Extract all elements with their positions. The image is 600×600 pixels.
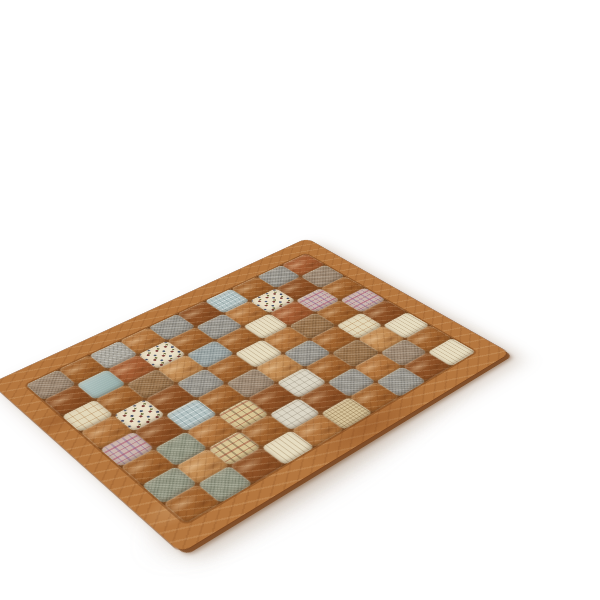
product-photo-scene xyxy=(0,0,600,600)
patchwork-rug xyxy=(0,238,510,552)
rug-patch-grid xyxy=(25,254,476,524)
